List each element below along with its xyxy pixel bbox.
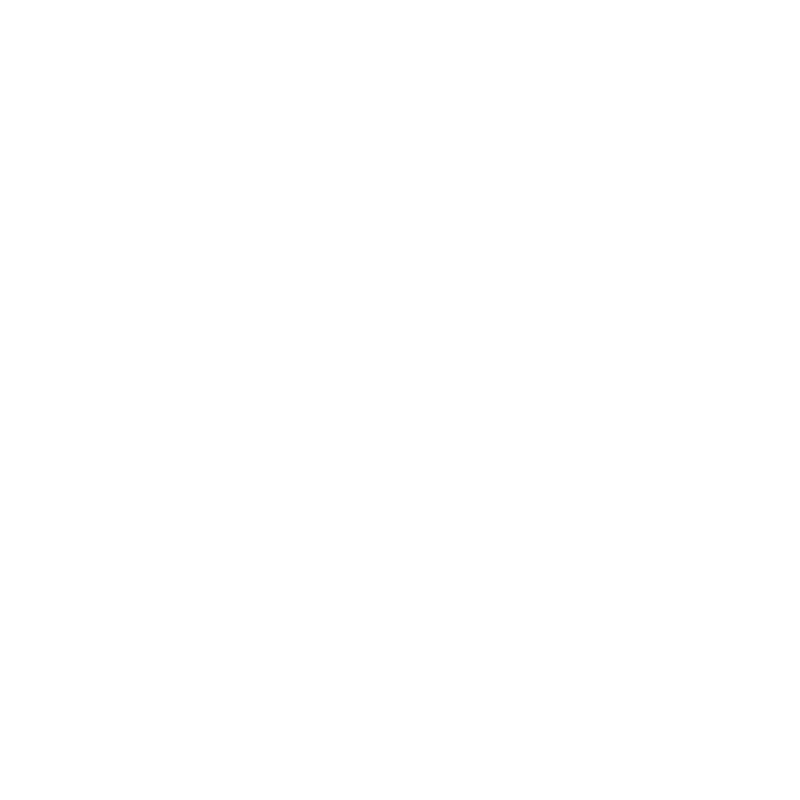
memory-chess-product-photo: [0, 0, 800, 800]
